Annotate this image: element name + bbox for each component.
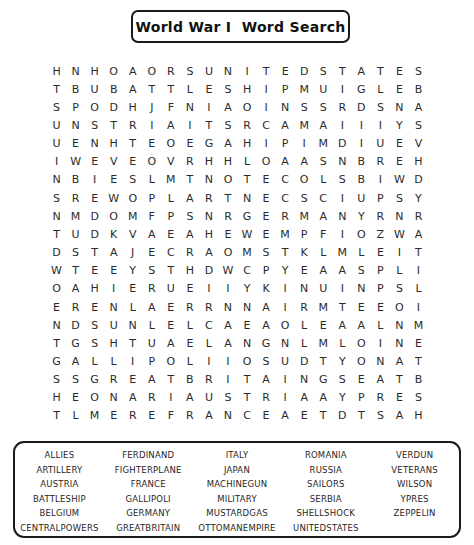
grid-cell: A	[390, 352, 409, 370]
grid-cell: S	[409, 62, 428, 80]
word-list-item: OTTOMANEMPIRE	[193, 521, 282, 536]
grid-cell: L	[123, 298, 142, 316]
grid-cell: I	[237, 62, 256, 80]
grid-cell: B	[66, 171, 85, 189]
grid-cell: U	[104, 316, 123, 334]
grid-cell: R	[409, 207, 428, 225]
grid-cell: A	[333, 316, 352, 334]
grid-cell: I	[352, 116, 371, 134]
grid-cell: T	[314, 407, 333, 425]
grid-cell: T	[66, 262, 85, 280]
grid-cell: O	[352, 352, 371, 370]
grid-cell: H	[218, 153, 237, 171]
grid-cell: A	[161, 116, 180, 134]
grid-cell: R	[199, 189, 218, 207]
grid-cell: I	[180, 116, 199, 134]
word-list-item: WILSON	[370, 477, 459, 492]
grid-cell: R	[66, 189, 85, 207]
grid-cell: I	[295, 135, 314, 153]
grid-cell: P	[142, 352, 161, 370]
grid-cell: W	[104, 189, 123, 207]
grid-cell: E	[276, 62, 295, 80]
grid-cell: D	[199, 262, 218, 280]
word-list-box: ALLIESARTILLERYAUSTRIABATTLESHIPBELGIUMC…	[13, 441, 461, 538]
grid-cell: S	[85, 334, 104, 352]
grid-cell: E	[257, 225, 276, 243]
grid-cell: D	[295, 352, 314, 370]
grid-cell: L	[352, 243, 371, 261]
grid-cell: A	[218, 135, 237, 153]
grid-cell: E	[47, 298, 66, 316]
grid-cell: P	[371, 189, 390, 207]
grid-cell: G	[47, 352, 66, 370]
grid-cell: O	[237, 98, 256, 116]
grid-cell: B	[104, 80, 123, 98]
grid-cell: Y	[409, 189, 428, 207]
grid-cell: S	[218, 80, 237, 98]
grid-cell: T	[47, 80, 66, 98]
grid-cell: O	[218, 171, 237, 189]
grid-cell: T	[237, 171, 256, 189]
grid-cell: A	[257, 316, 276, 334]
grid-cell: E	[85, 189, 104, 207]
grid-cell: O	[352, 334, 371, 352]
grid-cell: I	[123, 352, 142, 370]
grid-cell: L	[371, 316, 390, 334]
grid-cell: E	[295, 407, 314, 425]
grid-cell: I	[276, 280, 295, 298]
title-box: World War I Word Search	[131, 10, 350, 43]
grid-cell: E	[104, 407, 123, 425]
grid-cell: S	[180, 62, 199, 80]
grid-cell: L	[180, 316, 199, 334]
grid-cell: S	[257, 243, 276, 261]
word-list-item: JAPAN	[193, 463, 282, 478]
grid-cell: T	[180, 171, 199, 189]
grid-cell: N	[47, 171, 66, 189]
grid-cell: O	[85, 389, 104, 407]
grid-cell: H	[199, 225, 218, 243]
grid-cell: N	[199, 207, 218, 225]
grid-cell: T	[161, 262, 180, 280]
grid-cell: G	[352, 80, 371, 98]
grid-cell: A	[352, 316, 371, 334]
grid-cell: A	[352, 62, 371, 80]
grid-cell: S	[295, 189, 314, 207]
grid-cell: E	[104, 262, 123, 280]
word-list-item: SHELLSHOCK	[281, 506, 370, 521]
grid-cell: O	[104, 207, 123, 225]
grid-cell: I	[371, 171, 390, 189]
grid-cell: C	[161, 243, 180, 261]
grid-cell: W	[390, 171, 409, 189]
grid-cell: A	[371, 371, 390, 389]
grid-cell: A	[180, 389, 199, 407]
grid-cell: M	[314, 135, 333, 153]
word-list-item: MUSTARDGAS	[193, 506, 282, 521]
grid-cell: R	[180, 298, 199, 316]
grid-cell: N	[237, 298, 256, 316]
grid-cell: I	[371, 334, 390, 352]
word-list-item: ITALY	[193, 448, 282, 463]
grid-cell: C	[237, 262, 256, 280]
grid-cell: I	[276, 371, 295, 389]
grid-cell: I	[276, 298, 295, 316]
grid-cell: M	[66, 207, 85, 225]
grid-cell: T	[123, 135, 142, 153]
grid-cell: E	[237, 316, 256, 334]
grid-cell: T	[257, 62, 276, 80]
grid-cell: R	[371, 389, 390, 407]
grid-cell: T	[390, 371, 409, 389]
grid-cell: T	[276, 243, 295, 261]
grid-cell: I	[218, 352, 237, 370]
grid-cell: G	[66, 334, 85, 352]
grid-cell: I	[333, 189, 352, 207]
grid-cell: A	[180, 189, 199, 207]
grid-cell: E	[218, 225, 237, 243]
grid-cell: T	[333, 62, 352, 80]
grid-cell: S	[180, 207, 199, 225]
grid-cell: S	[66, 243, 85, 261]
grid-cell: C	[314, 189, 333, 207]
grid-cell: E	[161, 316, 180, 334]
grid-cell: R	[295, 298, 314, 316]
grid-cell: H	[409, 153, 428, 171]
grid-cell: A	[390, 407, 409, 425]
grid-cell: G	[237, 207, 256, 225]
grid-cell: E	[257, 171, 276, 189]
grid-cell: R	[276, 207, 295, 225]
grid-cell: D	[66, 316, 85, 334]
grid-cell: A	[314, 116, 333, 134]
grid-cell: L	[371, 80, 390, 98]
grid-cell: O	[352, 225, 371, 243]
grid-cell: E	[352, 298, 371, 316]
grid-cell: D	[333, 135, 352, 153]
grid-cell: Y	[390, 116, 409, 134]
grid-cell: D	[295, 62, 314, 80]
grid-cell: E	[66, 389, 85, 407]
grid-cell: A	[295, 153, 314, 171]
grid-cell: L	[199, 334, 218, 352]
grid-cell: S	[47, 98, 66, 116]
grid-cell: S	[371, 407, 390, 425]
grid-cell: L	[180, 352, 199, 370]
grid-cell: H	[123, 98, 142, 116]
word-list-item: VETERANS	[370, 463, 459, 478]
grid-cell: A	[66, 280, 85, 298]
grid-cell: S	[123, 171, 142, 189]
grid-cell: E	[314, 316, 333, 334]
grid-cell: I	[371, 116, 390, 134]
grid-cell: B	[409, 80, 428, 98]
grid-cell: Y	[352, 207, 371, 225]
grid-cell: C	[276, 171, 295, 189]
grid-cell: P	[66, 98, 85, 116]
grid-cell: M	[314, 334, 333, 352]
grid-cell: T	[314, 352, 333, 370]
grid-cell: S	[295, 98, 314, 116]
grid-cell: I	[409, 262, 428, 280]
grid-cell: P	[276, 135, 295, 153]
grid-cell: O	[218, 243, 237, 261]
grid-cell: R	[371, 207, 390, 225]
grid-cell: N	[390, 334, 409, 352]
grid-cell: E	[352, 371, 371, 389]
grid-cell: M	[123, 207, 142, 225]
grid-cell: S	[352, 262, 371, 280]
word-list-item: ARTILLERY	[15, 463, 104, 478]
grid-cell: N	[237, 334, 256, 352]
grid-cell: A	[142, 225, 161, 243]
grid-cell: Y	[237, 280, 256, 298]
grid-cell: M	[409, 316, 428, 334]
grid-cell: E	[257, 407, 276, 425]
grid-cell: O	[390, 298, 409, 316]
grid-cell: S	[409, 116, 428, 134]
grid-cell: I	[333, 80, 352, 98]
grid-cell: T	[47, 407, 66, 425]
grid-cell: M	[237, 243, 256, 261]
grid-cell: S	[142, 262, 161, 280]
word-list-item: CENTRALPOWERS	[15, 521, 104, 536]
grid-cell: U	[314, 80, 333, 98]
word-list-item: FIGHTERPLANE	[104, 463, 193, 478]
grid-cell: I	[218, 371, 237, 389]
grid-cell: N	[333, 207, 352, 225]
grid-cell: Y	[123, 262, 142, 280]
grid-cell: N	[104, 298, 123, 316]
grid-cell: E	[257, 189, 276, 207]
grid-cell: S	[257, 352, 276, 370]
grid-cell: W	[237, 225, 256, 243]
grid-cell: A	[295, 389, 314, 407]
grid-cell: R	[161, 62, 180, 80]
grid-cell: R	[237, 116, 256, 134]
grid-cell: T	[104, 116, 123, 134]
grid-cell: M	[314, 298, 333, 316]
grid-cell: R	[199, 298, 218, 316]
grid-cell: G	[257, 334, 276, 352]
grid-cell: O	[47, 280, 66, 298]
grid-cell: B	[66, 80, 85, 98]
grid-cell: A	[409, 98, 428, 116]
grid-cell: A	[257, 298, 276, 316]
grid-cell: N	[85, 135, 104, 153]
grid-cell: B	[352, 171, 371, 189]
grid-cell: D	[47, 243, 66, 261]
grid-cell: N	[199, 171, 218, 189]
grid-cell: C	[199, 316, 218, 334]
grid-cell: N	[47, 207, 66, 225]
grid-cell: S	[85, 116, 104, 134]
grid-cell: W	[218, 262, 237, 280]
grid-cell: R	[180, 243, 199, 261]
grid-cell: E	[180, 334, 199, 352]
grid-cell: N	[276, 98, 295, 116]
grid-cell: I	[199, 280, 218, 298]
grid-cell: B	[409, 371, 428, 389]
grid-cell: S	[390, 280, 409, 298]
grid-cell: N	[333, 153, 352, 171]
grid-cell: F	[161, 98, 180, 116]
grid-cell: L	[142, 171, 161, 189]
grid-cell: H	[237, 80, 256, 98]
grid-cell: U	[142, 334, 161, 352]
grid-cell: A	[161, 334, 180, 352]
grid-cell: L	[295, 316, 314, 334]
grid-cell: I	[218, 280, 237, 298]
grid-cell: L	[314, 171, 333, 189]
grid-cell: E	[371, 298, 390, 316]
grid-cell: J	[123, 243, 142, 261]
grid-cell: O	[276, 316, 295, 334]
grid-cell: S	[333, 371, 352, 389]
grid-cell: I	[104, 280, 123, 298]
grid-cell: F	[161, 407, 180, 425]
grid-cell: L	[295, 334, 314, 352]
grid-cell: S	[390, 189, 409, 207]
grid-cell: W	[47, 262, 66, 280]
grid-cell: U	[371, 135, 390, 153]
grid-cell: A	[142, 298, 161, 316]
grid-cell: I	[333, 280, 352, 298]
grid-cell: P	[371, 262, 390, 280]
grid-cell: R	[104, 371, 123, 389]
grid-cell: T	[47, 225, 66, 243]
word-list-item: BATTLESHIP	[15, 492, 104, 507]
word-list-item: AUSTRIA	[15, 477, 104, 492]
grid-cell: H	[85, 62, 104, 80]
grid-cell: D	[352, 98, 371, 116]
grid-cell: A	[218, 316, 237, 334]
grid-cell: I	[161, 389, 180, 407]
grid-cell: Z	[371, 225, 390, 243]
word-list-item: ROMANIA	[281, 448, 370, 463]
grid-cell: A	[276, 407, 295, 425]
grid-cell: E	[390, 62, 409, 80]
grid-cell: L	[333, 334, 352, 352]
grid-cell: R	[257, 389, 276, 407]
grid-cell: T	[409, 243, 428, 261]
grid-cell: O	[161, 135, 180, 153]
grid-cell: E	[371, 243, 390, 261]
grid-cell: H	[237, 135, 256, 153]
grid-cell: T	[237, 389, 256, 407]
grid-cell: E	[161, 225, 180, 243]
grid-cell: I	[352, 135, 371, 153]
grid-cell: I	[333, 116, 352, 134]
grid-cell: H	[409, 407, 428, 425]
grid-cell: H	[180, 262, 199, 280]
grid-cell: D	[104, 98, 123, 116]
grid-cell: H	[47, 62, 66, 80]
grid-cell: U	[352, 189, 371, 207]
grid-cell: N	[218, 407, 237, 425]
grid-cell: T	[409, 352, 428, 370]
word-search-grid: HNHOAORSUNITEDSTATESTBUBATTLESHIPMUIGLEB…	[47, 62, 428, 425]
grid-cell: A	[276, 153, 295, 171]
grid-cell: A	[333, 262, 352, 280]
grid-cell: U	[47, 116, 66, 134]
grid-cell: H	[199, 153, 218, 171]
word-list-item: SAILORS	[281, 477, 370, 492]
grid-cell: E	[180, 280, 199, 298]
grid-cell: U	[199, 389, 218, 407]
grid-cell: Y	[276, 262, 295, 280]
grid-cell: G	[85, 371, 104, 389]
grid-cell: R	[123, 116, 142, 134]
grid-cell: N	[218, 62, 237, 80]
grid-cell: R	[199, 371, 218, 389]
grid-cell: I	[142, 116, 161, 134]
grid-cell: L	[85, 352, 104, 370]
grid-cell: T	[123, 334, 142, 352]
grid-cell: V	[409, 135, 428, 153]
grid-cell: R	[142, 389, 161, 407]
grid-cell: D	[85, 207, 104, 225]
grid-cell: N	[390, 316, 409, 334]
grid-cell: R	[66, 298, 85, 316]
grid-cell: I	[390, 243, 409, 261]
grid-cell: E	[142, 243, 161, 261]
grid-cell: E	[123, 280, 142, 298]
grid-cell: K	[104, 225, 123, 243]
grid-cell: R	[123, 407, 142, 425]
grid-cell: C	[276, 189, 295, 207]
grid-cell: R	[180, 407, 199, 425]
grid-cell: U	[66, 225, 85, 243]
grid-cell: E	[295, 262, 314, 280]
grid-cell: T	[47, 334, 66, 352]
grid-cell: A	[218, 98, 237, 116]
grid-cell: V	[104, 153, 123, 171]
grid-cell: A	[257, 371, 276, 389]
grid-cell: K	[295, 243, 314, 261]
grid-cell: H	[104, 334, 123, 352]
grid-cell: S	[333, 171, 352, 189]
grid-cell: A	[142, 371, 161, 389]
grid-cell: L	[390, 262, 409, 280]
grid-cell: N	[295, 280, 314, 298]
grid-cell: O	[295, 171, 314, 189]
word-list-item: YPRES	[370, 492, 459, 507]
grid-cell: N	[390, 207, 409, 225]
grid-cell: U	[276, 352, 295, 370]
grid-cell: S	[314, 153, 333, 171]
grid-cell: T	[85, 243, 104, 261]
grid-cell: P	[257, 262, 276, 280]
grid-cell: S	[314, 62, 333, 80]
grid-cell: S	[218, 116, 237, 134]
grid-cell: U	[47, 135, 66, 153]
grid-cell: E	[142, 407, 161, 425]
grid-cell: W	[390, 225, 409, 243]
grid-cell: V	[123, 225, 142, 243]
grid-cell: E	[161, 298, 180, 316]
grid-cell: D	[333, 407, 352, 425]
grid-cell: E	[85, 262, 104, 280]
grid-cell: A	[218, 334, 237, 352]
word-list-item: MACHINEGUN	[193, 477, 282, 492]
grid-cell: T	[161, 371, 180, 389]
grid-cell: N	[276, 334, 295, 352]
grid-cell: H	[47, 389, 66, 407]
word-list-item: GALLIPOLI	[104, 492, 193, 507]
word-list-item: VERDUN	[370, 448, 459, 463]
grid-cell: L	[66, 407, 85, 425]
